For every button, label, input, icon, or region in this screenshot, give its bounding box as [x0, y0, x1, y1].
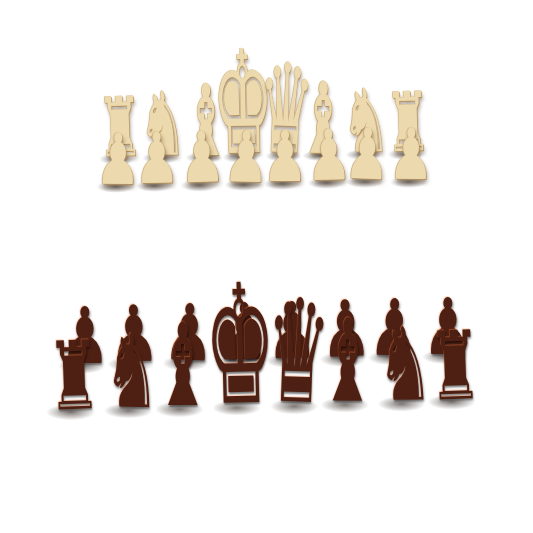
date-stamp: SEP 9 1968 [176, 270, 191, 274]
date-stamp: DEC 5 1969 [355, 198, 369, 201]
piece-black-knight-b8[interactable]: ♞ [376, 314, 434, 416]
date-stamp: APR 17 '72 [380, 262, 402, 266]
date-stamp: AUG 14 1967 [355, 203, 369, 206]
date-stamp: AUG 14 1967 [197, 209, 218, 212]
date-stamp: NOV 12 1973 [182, 207, 196, 210]
due-table: Date DueBorrower's Name [315, 237, 353, 242]
date-stamp: MAR 3 1970 [182, 204, 196, 207]
piece-black-rook-h8[interactable]: ♜ [46, 328, 102, 424]
date-stamp: SEP 9 1968 [405, 237, 420, 240]
piece-white-pawn-f2[interactable]: ♟ [178, 122, 226, 194]
library-card-header: LIBRARY CARD [314, 220, 351, 226]
title-field: Title [314, 228, 351, 232]
date-stamp: MAR 3 1970 [364, 266, 379, 270]
date-stamp: APR 17 '72 [198, 201, 219, 204]
piece-white-pawn-g2[interactable]: ♟ [134, 123, 180, 194]
date-stamp: DEC 5 1969 [134, 234, 149, 237]
library-card: LIBRARY CARDTitleAuthorDate DueBorrower'… [74, 256, 127, 292]
due-table: Date DueBorrower's Name [79, 276, 119, 281]
date-stamp: FEB 26 '73 [150, 236, 172, 239]
date-stamp: MAY 10 '71 [404, 231, 419, 234]
date-stamp: NOV 12 1973 [403, 228, 418, 231]
date-stamp: DEC 5 1969 [198, 203, 219, 206]
date-stamp: MAR 3 1970 [421, 240, 443, 243]
date-stamp: MAY 10 '71 [182, 209, 196, 212]
date-stamp: APR 17 '72 [175, 277, 190, 281]
date-stamp: FEB 26 '73 [181, 212, 195, 215]
date-stamp: AUG 14 1967 [420, 231, 442, 234]
date-stamp: JAN 22 1966 [371, 206, 392, 209]
date-stamp: DEC 5 1969 [380, 266, 402, 270]
pieces-layer: ♜♞♝♚♛♝♞♜♟♟♟♟♟♟♟♟♟♟♟♟♟♟♟♟♜♞♝♚♛♝♞♜ [0, 0, 533, 533]
date-stamp: FEB 26 '73 [365, 276, 380, 280]
date-stamp: JAN 22 1966 [149, 242, 171, 246]
date-stamp: MAY 10 '71 [150, 233, 172, 236]
date-stamp: JUN 30 '70 [419, 228, 441, 231]
date-stamp: JUN 30 '70 [355, 201, 369, 204]
author-field: Author [81, 271, 121, 275]
square-a4[interactable]: DATE DUEMAR 3 1970NOV 12 1973MAY 10 '71F… [397, 216, 448, 249]
date-stamp: APR 17 '72 [372, 208, 393, 211]
date-stamp: NOV 28 '69 [133, 243, 148, 246]
date-stamp: FEB 26 '73 [404, 234, 419, 237]
due-table: Date DueBorrower's Name [224, 239, 262, 244]
date-stamp: JAN 22 1966 [175, 273, 190, 277]
date-stamp: JAN 22 1966 [379, 259, 401, 263]
square-b5[interactable]: DATE DUENOV 28 '69OCT 13 1964MAR 3 1970N… [358, 250, 410, 286]
date-stamp: OCT 13 1964 [363, 263, 378, 267]
piece-white-pawn-d2[interactable]: ♟ [262, 121, 308, 192]
date-stamp: DEC 5 1969 [418, 225, 439, 228]
square-c4[interactable]: LIBRARY CARDTitleAuthorDate DueBorrower'… [310, 218, 358, 252]
date-stamp: OCT 13 1964 [421, 237, 443, 240]
date-stamp: MAY 10 '71 [176, 264, 191, 268]
piece-black-knight-g8[interactable]: ♞ [102, 321, 161, 424]
date-stamp: FEB 26 '73 [176, 267, 191, 271]
date-stamp: MAY 10 '71 [364, 273, 379, 277]
square-a5[interactable] [403, 249, 457, 285]
piece-white-pawn-b2[interactable]: ♟ [343, 119, 391, 191]
library-card: LIBRARY CARDTitleAuthorDate DueBorrower'… [310, 219, 357, 252]
date-stamp: MAY 10 '71 [370, 197, 391, 200]
piece-black-rook-a8[interactable]: ♜ [427, 318, 483, 414]
date-stamp: SEP 9 1968 [371, 203, 392, 206]
piece-white-pawn-a2[interactable]: ♟ [388, 119, 434, 190]
date-stamp: FEB 26 '73 [370, 200, 391, 203]
date-due-card: DATE DUENOV 28 '69OCT 13 1964MAR 3 1970N… [358, 250, 408, 285]
date-due-header: DATE DUE [135, 224, 173, 230]
date-stamp: NOV 28 '69 [382, 275, 405, 279]
date-stamp: NOV 28 '69 [363, 260, 378, 263]
square-h5[interactable]: LIBRARY CARDTitleAuthorDate DueBorrower'… [73, 255, 127, 292]
date-stamp: AUG 14 1967 [133, 240, 148, 243]
date-stamp: NOV 12 1973 [151, 230, 173, 233]
date-stamp: APR 17 '72 [134, 231, 149, 234]
square-b4[interactable] [353, 217, 403, 250]
date-stamp: MAR 3 1970 [403, 225, 417, 228]
date-stamp: OCT 13 1964 [356, 209, 370, 212]
library-card-header: LIBRARY CARD [270, 254, 308, 260]
library-card-header: LIBRARY CARD [83, 258, 123, 264]
date-stamp: AUG 14 1967 [381, 272, 404, 276]
date-stamp: JUN 30 '70 [198, 206, 219, 209]
library-card-header: LIBRARY CARD [225, 222, 262, 228]
date-stamp: NOV 28 '69 [197, 212, 218, 215]
date-stamp: OCT 13 1964 [182, 201, 196, 204]
date-due-card: DATE DUEAPR 17 '72DEC 5 1969JUN 30 '70AU… [128, 222, 176, 255]
date-stamp: JUN 30 '70 [381, 269, 404, 273]
square-d4[interactable] [266, 219, 312, 253]
author-field: Author [224, 234, 261, 238]
title-field: Title [82, 266, 122, 270]
title-field: Title [270, 262, 309, 266]
date-due-header: DATE DUE [401, 219, 438, 225]
date-stamp: NOV 12 1973 [364, 269, 379, 273]
square-g5[interactable] [122, 254, 174, 291]
square-g4[interactable]: DATE DUEAPR 17 '72DEC 5 1969JUN 30 '70AU… [127, 221, 177, 255]
piece-black-bishop-c8[interactable]: ♝ [319, 304, 377, 419]
chess-set-photo: SEP 9 1968JAN 22 1966APR 17 '72DEC 5 196… [0, 0, 533, 533]
square-h4[interactable] [81, 222, 133, 256]
date-stamp: NOV 28 '69 [420, 234, 442, 237]
date-due-card: DATE DUEMAR 3 1970NOV 12 1973MAY 10 '71F… [398, 217, 448, 249]
date-stamp: SEP 9 1968 [149, 239, 171, 242]
date-stamp: JAN 22 1966 [405, 240, 420, 243]
date-stamp: DEC 5 1969 [175, 280, 190, 284]
date-stamp: APR 17 '72 [149, 245, 171, 249]
date-stamp: JUN 30 '70 [134, 237, 149, 240]
date-due-header: DATE DUE [362, 252, 401, 259]
date-stamp: NOV 28 '69 [356, 206, 370, 209]
title-field: Title [225, 229, 262, 233]
date-stamp: OCT 13 1964 [132, 246, 147, 249]
author-field: Author [314, 232, 351, 236]
piece-black-bishop-f8[interactable]: ♝ [155, 309, 211, 423]
